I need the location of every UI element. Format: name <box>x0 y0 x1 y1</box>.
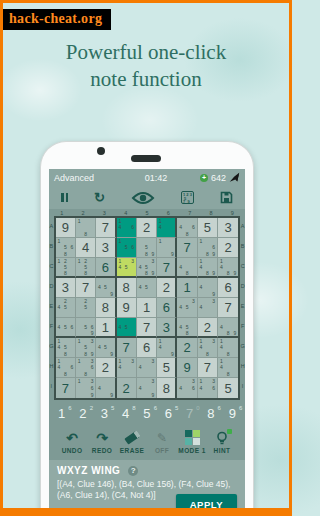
cell-D9[interactable]: 6 <box>218 278 238 298</box>
row-label-G: G <box>240 343 245 349</box>
cell-E7[interactable]: 345 <box>177 298 197 318</box>
cell-C7[interactable]: 48 <box>177 258 197 278</box>
caption: Powerful one-click note function <box>3 39 289 93</box>
cell-B9[interactable]: 2 <box>218 238 238 258</box>
cell-D4[interactable]: 8 <box>117 278 137 298</box>
cell-D2[interactable]: 7 <box>76 278 96 298</box>
column-labels: 123456789 <box>51 209 243 216</box>
cell-value: 5 <box>218 378 238 398</box>
eye-icon[interactable] <box>131 191 155 205</box>
cell-notes: 49 <box>96 378 114 398</box>
cell-B1[interactable]: 1568 <box>56 238 76 258</box>
cell-G6[interactable]: 149 <box>157 338 177 358</box>
cell-notes: 1489 <box>218 258 238 276</box>
cell-value: 6 <box>96 258 114 276</box>
cell-notes: 1369 <box>76 378 95 398</box>
cell-notes: 589 <box>137 238 156 257</box>
row-label-H: H <box>240 363 245 369</box>
cell-value: 7 <box>117 338 136 357</box>
cell-notes: 1345 <box>117 258 136 276</box>
cell-notes: 45 <box>117 318 136 336</box>
cell-value: 6 <box>157 298 175 317</box>
cell-notes: 349 <box>137 378 156 398</box>
cell-notes: 134 <box>117 358 136 377</box>
row-label-E: E <box>240 303 245 309</box>
cell-notes: 148 <box>218 338 238 357</box>
restart-icon[interactable]: ↻ <box>94 191 105 204</box>
cell-I3[interactable]: 49 <box>96 378 116 398</box>
col-label-2: 2 <box>72 210 93 216</box>
cell-D8[interactable]: 49 <box>198 278 218 298</box>
cell-value: 6 <box>137 338 156 357</box>
cell-value: 3 <box>56 278 75 297</box>
coin-count: 642 <box>211 173 226 183</box>
cell-notes: 489 <box>218 318 238 336</box>
numpad-key-9[interactable]: 96 <box>222 406 242 421</box>
remaining-count: 6 <box>68 405 71 411</box>
cell-notes: 1258 <box>56 258 75 276</box>
tool-label: UNDO <box>62 447 83 454</box>
cell-B6[interactable]: 19 <box>157 238 177 258</box>
remaining-count: 0 <box>196 405 199 411</box>
cell-H8[interactable]: 7 <box>198 358 218 378</box>
save-icon[interactable] <box>220 191 233 204</box>
cell-A9[interactable]: 3 <box>218 218 238 238</box>
cell-G7[interactable]: 2 <box>177 338 197 358</box>
numpad-key-8[interactable]: 86 <box>201 406 221 421</box>
difficulty-label: Advanced <box>54 173 112 183</box>
cell-value: 2 <box>117 378 136 398</box>
row-label-A: A <box>240 223 245 229</box>
cell-F1[interactable]: 456 <box>56 318 76 338</box>
cell-B8[interactable]: 1689 <box>198 238 218 258</box>
cell-C1[interactable]: 1258 <box>56 258 76 278</box>
col-label-9: 9 <box>222 210 243 216</box>
tool-hint[interactable]: HINT <box>207 431 237 454</box>
cell-G5[interactable]: 6 <box>137 338 157 358</box>
cell-A2[interactable]: 18 <box>76 218 96 238</box>
numpad-key-4[interactable]: 48 <box>116 406 136 421</box>
cell-notes: 14 <box>157 218 175 237</box>
app-header: Advanced 01:42 + 642 <box>49 169 245 186</box>
cell-value: 6 <box>218 278 238 297</box>
cell-notes: 34 <box>137 358 156 377</box>
tool-label: MODE 1 <box>178 447 205 454</box>
cell-notes: 19 <box>157 238 175 257</box>
cell-E3[interactable]: 8 <box>96 298 116 318</box>
help-icon[interactable]: ? <box>128 466 138 476</box>
cell-F7[interactable]: 458 <box>177 318 197 338</box>
top-toolbar: ↻ 1 2 3 57 9 <box>49 186 245 209</box>
cell-value: 1 <box>96 318 114 336</box>
cell-C5[interactable]: 34589 <box>137 258 157 278</box>
cell-A3[interactable]: 7 <box>96 218 116 238</box>
numpad-key-6[interactable]: 65 <box>158 406 178 421</box>
cell-A5[interactable]: 2 <box>137 218 157 238</box>
dart-icon[interactable] <box>229 172 240 183</box>
cell-D7[interactable]: 1 <box>177 278 197 298</box>
cell-C2[interactable]: 1258 <box>76 258 96 278</box>
cell-H3[interactable]: 2 <box>96 358 116 378</box>
cell-value: 7 <box>76 278 95 297</box>
cell-B2[interactable]: 4 <box>76 238 96 258</box>
cell-H5[interactable]: 34 <box>137 358 157 378</box>
col-label-4: 4 <box>115 210 136 216</box>
cell-I7[interactable]: 346 <box>177 378 197 398</box>
cell-value: 1 <box>137 298 156 317</box>
cell-notes: 345 <box>177 298 196 317</box>
cell-F3[interactable]: 1 <box>96 318 116 338</box>
numpad-key-5[interactable]: 56 <box>137 406 157 421</box>
watermark: hack-cheat.org <box>3 9 111 30</box>
cell-value: 3 <box>218 218 238 237</box>
cell-value: 3 <box>157 318 175 336</box>
cell-H9[interactable]: 148 <box>218 358 238 378</box>
cell-notes: 468 <box>177 218 196 237</box>
row-label-I: I <box>240 383 245 389</box>
tool-mode-1[interactable]: MODE 1 <box>177 431 207 454</box>
cell-C4[interactable]: 1345 <box>117 258 137 278</box>
cell-G4[interactable]: 7 <box>117 338 137 358</box>
cell-value: 1 <box>177 278 196 297</box>
cell-notes: 18 <box>76 218 95 237</box>
app-screen: Advanced 01:42 + 642 ↻ 1 2 3 57 9 <box>49 169 245 516</box>
cell-notes: 148 <box>218 358 238 377</box>
cell-value: 7 <box>198 358 217 377</box>
cell-I4[interactable]: 2 <box>117 378 137 398</box>
numpad-key-1[interactable]: 16 <box>52 406 72 421</box>
cell-A6[interactable]: 14 <box>157 218 177 238</box>
cell-B3[interactable]: 3 <box>96 238 116 258</box>
remaining-count: 6 <box>218 405 221 411</box>
row-label-D: D <box>240 283 245 289</box>
pause-button[interactable] <box>61 193 68 202</box>
cell-I5[interactable]: 349 <box>137 378 157 398</box>
cell-D5[interactable]: 45 <box>137 278 157 298</box>
cell-value: 9 <box>117 298 136 317</box>
cell-value: 2 <box>218 238 238 257</box>
cell-value: 7 <box>56 378 75 398</box>
cell-E5[interactable]: 1 <box>137 298 157 318</box>
cell-notes: 1258 <box>76 258 95 276</box>
cell-D6[interactable]: 2 <box>157 278 177 298</box>
numpad-key-3[interactable]: 35 <box>94 406 114 421</box>
row-label-C: C <box>240 263 245 269</box>
cell-notes: 1689 <box>198 238 217 257</box>
col-label-5: 5 <box>136 210 157 216</box>
row-labels-right: ABCDEFGHI <box>240 216 245 396</box>
cell-A1[interactable]: 9 <box>56 218 76 238</box>
tool-label: HINT <box>214 447 231 454</box>
cell-G9[interactable]: 148 <box>218 338 238 358</box>
cell-notes: 459 <box>96 338 114 357</box>
cell-I2[interactable]: 1369 <box>76 378 96 398</box>
cell-value: 8 <box>157 378 175 398</box>
timer: 01:42 <box>112 173 200 183</box>
remaining-count: 2 <box>90 405 93 411</box>
phone-frame: Advanced 01:42 + 642 ↻ 1 2 3 57 9 <box>40 141 254 516</box>
tool-undo[interactable]: ↶UNDO <box>57 431 87 454</box>
tool-label: ERASE <box>120 447 144 454</box>
cell-H1[interactable]: 1468 <box>56 358 76 378</box>
remaining-count: 5 <box>175 405 178 411</box>
mode-grid-icon <box>185 430 200 445</box>
cell-B4[interactable]: 156 <box>117 238 137 258</box>
cell-A4[interactable]: 146 <box>117 218 137 238</box>
cell-I9[interactable]: 5 <box>218 378 238 398</box>
cell-notes: 245 <box>56 298 75 317</box>
numpad-key-2[interactable]: 22 <box>73 406 93 421</box>
cell-E8[interactable]: 34 <box>198 298 218 318</box>
cell-I1[interactable]: 7 <box>56 378 76 398</box>
cell-B7[interactable]: 7 <box>177 238 197 258</box>
cell-B5[interactable]: 589 <box>137 238 157 258</box>
cell-G2[interactable]: 13589 <box>76 338 96 358</box>
hint-badge <box>227 429 232 434</box>
caption-line-2: note function <box>3 66 289 93</box>
cell-value: 7 <box>157 258 175 276</box>
cell-D1[interactable]: 3 <box>56 278 76 298</box>
cell-C3[interactable]: 6 <box>96 258 116 278</box>
cell-value: 3 <box>96 238 114 257</box>
cell-notes: 48 <box>177 258 196 276</box>
cell-value: 5 <box>198 218 217 237</box>
col-label-1: 1 <box>51 210 72 216</box>
col-label-7: 7 <box>179 210 200 216</box>
cell-value: 2 <box>198 318 217 336</box>
hint-technique-title: WXYZ WING <box>57 465 120 476</box>
cell-notes: 1468 <box>56 358 75 377</box>
cell-value: 7 <box>96 218 114 237</box>
cell-notes: 146 <box>117 218 136 237</box>
cell-value: 2 <box>137 218 156 237</box>
cell-value: 8 <box>96 298 114 317</box>
cell-notes: 456 <box>56 318 75 336</box>
cell-value: 7 <box>137 318 156 336</box>
cell-notes: 49 <box>198 278 217 297</box>
cell-F4[interactable]: 45 <box>117 318 137 338</box>
camera-dot <box>97 147 105 155</box>
row-label-B: B <box>240 243 245 249</box>
col-label-8: 8 <box>200 210 221 216</box>
remaining-count: 5 <box>111 405 114 411</box>
cell-D3[interactable]: 459 <box>96 278 116 298</box>
speaker-slot <box>131 155 161 162</box>
cell-notes: 156 <box>117 238 136 257</box>
cell-E1[interactable]: 245 <box>56 298 76 318</box>
cell-H6[interactable]: 5 <box>157 358 177 378</box>
cell-E6[interactable]: 6 <box>157 298 177 318</box>
cell-C8[interactable]: 1489 <box>198 258 218 278</box>
col-label-6: 6 <box>158 210 179 216</box>
number-pad: 162235485665708696 <box>49 402 245 424</box>
tool-redo[interactable]: ↷REDO <box>87 431 117 454</box>
cell-value: 9 <box>56 218 75 237</box>
tool-label: REDO <box>92 447 112 454</box>
cell-notes: 458 <box>177 318 196 336</box>
tool-label: OFF <box>155 447 169 454</box>
cell-A7[interactable]: 468 <box>177 218 197 238</box>
cell-A8[interactable]: 5 <box>198 218 218 238</box>
cell-C6[interactable]: 7 <box>157 258 177 278</box>
bottom-toolbar: ↶UNDO↷REDOERASE✎OFFMODE 1HINT <box>49 424 245 460</box>
remaining-count: 6 <box>154 405 157 411</box>
undo-icon: ↶ <box>66 430 78 446</box>
cell-I6[interactable]: 8 <box>157 378 177 398</box>
cell-notes: 346 <box>177 378 196 398</box>
cell-notes: 34 <box>198 298 217 317</box>
cell-notes: 459 <box>96 278 114 297</box>
cell-value: 7 <box>177 238 196 257</box>
eraser-icon <box>124 430 140 444</box>
cell-notes: 13589 <box>76 338 95 357</box>
cell-value: 7 <box>218 298 238 317</box>
cell-G8[interactable]: 1348 <box>198 338 218 358</box>
coin-plus-icon[interactable]: + <box>200 174 208 182</box>
sudoku-board: 9187146214468531568431565891971689212581… <box>54 216 241 400</box>
cell-value: 2 <box>177 338 196 357</box>
remaining-count: 6 <box>239 405 242 411</box>
cell-E2[interactable]: 25 <box>76 298 96 318</box>
cell-G3[interactable]: 459 <box>96 338 116 358</box>
cell-notes: 1348 <box>198 338 217 357</box>
cell-notes: 569 <box>76 318 95 336</box>
cell-notes: 34589 <box>137 258 156 276</box>
cell-H7[interactable]: 9 <box>177 358 197 378</box>
cell-H4[interactable]: 134 <box>117 358 137 378</box>
col-label-3: 3 <box>94 210 115 216</box>
tool-off[interactable]: ✎OFF <box>147 431 177 454</box>
cell-F8[interactable]: 2 <box>198 318 218 338</box>
notes-grid-icon[interactable]: 1 2 3 57 9 <box>181 191 194 204</box>
cell-notes: 1489 <box>198 258 217 276</box>
cell-G1[interactable]: 1458 <box>56 338 76 358</box>
cell-F2[interactable]: 569 <box>76 318 96 338</box>
cell-value: 2 <box>157 278 175 297</box>
cell-value: 5 <box>157 358 175 377</box>
cell-F5[interactable]: 7 <box>137 318 157 338</box>
remaining-count: 8 <box>132 405 135 411</box>
row-label-F: F <box>240 323 245 329</box>
tool-erase[interactable]: ERASE <box>117 431 147 454</box>
cell-notes: 149 <box>157 338 175 357</box>
cell-value: 8 <box>117 278 136 297</box>
cell-notes: 25 <box>76 298 95 317</box>
pencil-icon: ✎ <box>157 431 167 445</box>
cell-I8[interactable]: 1346 <box>198 378 218 398</box>
cell-notes: 1368 <box>76 358 95 377</box>
cell-F9[interactable]: 489 <box>218 318 238 338</box>
bottom-orange-bar <box>0 508 292 516</box>
redo-icon: ↷ <box>96 430 108 446</box>
cell-value: 2 <box>96 358 114 377</box>
cell-H2[interactable]: 1368 <box>76 358 96 378</box>
cell-notes: 1346 <box>198 378 217 398</box>
cell-C9[interactable]: 1489 <box>218 258 238 278</box>
cell-value: 4 <box>76 238 95 257</box>
numpad-key-7[interactable]: 70 <box>180 406 200 421</box>
caption-line-1: Powerful one-click <box>3 39 289 66</box>
cell-F6[interactable]: 3 <box>157 318 177 338</box>
cell-notes: 1458 <box>56 338 75 357</box>
cell-E9[interactable]: 7 <box>218 298 238 318</box>
cell-E4[interactable]: 9 <box>117 298 137 318</box>
cell-notes: 45 <box>137 278 156 297</box>
cell-value: 9 <box>177 358 196 377</box>
cell-notes: 1568 <box>56 238 75 257</box>
